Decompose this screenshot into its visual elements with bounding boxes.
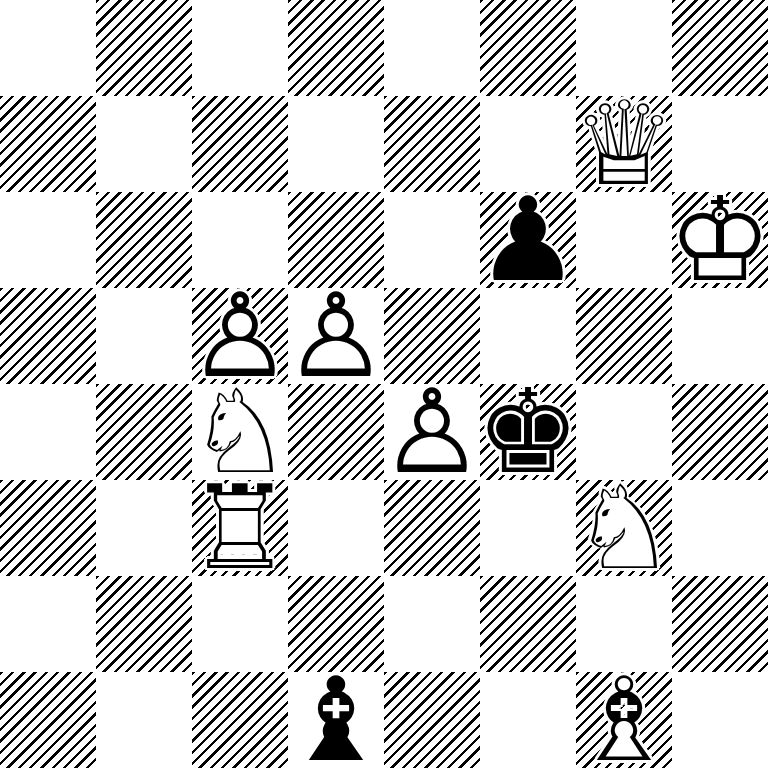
square-c1[interactable] — [192, 672, 288, 768]
square-c4[interactable]: ♞♘ — [192, 384, 288, 480]
white-bishop-piece: ♝♗ — [576, 672, 672, 768]
white-pawn-icon: ♙ — [288, 288, 384, 384]
square-d4[interactable] — [288, 384, 384, 480]
square-h3[interactable] — [672, 480, 768, 576]
square-g6[interactable] — [576, 192, 672, 288]
square-b3[interactable] — [96, 480, 192, 576]
square-h8[interactable] — [672, 0, 768, 96]
square-g5[interactable] — [576, 288, 672, 384]
square-h2[interactable] — [672, 576, 768, 672]
white-knight-icon: ♘ — [576, 480, 672, 576]
square-e3[interactable] — [384, 480, 480, 576]
square-h1[interactable] — [672, 672, 768, 768]
square-c3[interactable]: ♜♖ — [192, 480, 288, 576]
square-a4[interactable] — [0, 384, 96, 480]
white-queen-icon: ♕ — [576, 96, 672, 192]
square-a8[interactable] — [0, 0, 96, 96]
square-h5[interactable] — [672, 288, 768, 384]
square-h7[interactable] — [672, 96, 768, 192]
black-bishop-icon: ♝ — [288, 672, 384, 768]
square-e8[interactable] — [384, 0, 480, 96]
square-b1[interactable] — [96, 672, 192, 768]
square-d1[interactable]: ♝ — [288, 672, 384, 768]
black-pawn-icon: ♟ — [480, 192, 576, 288]
black-bishop-piece: ♝ — [288, 672, 384, 768]
square-e1[interactable] — [384, 672, 480, 768]
square-f7[interactable] — [480, 96, 576, 192]
square-e2[interactable] — [384, 576, 480, 672]
square-g7[interactable]: ♛♕ — [576, 96, 672, 192]
square-b7[interactable] — [96, 96, 192, 192]
square-e4[interactable]: ♟♙ — [384, 384, 480, 480]
square-a6[interactable] — [0, 192, 96, 288]
square-c5[interactable]: ♟♙ — [192, 288, 288, 384]
square-b4[interactable] — [96, 384, 192, 480]
square-d2[interactable] — [288, 576, 384, 672]
square-g8[interactable] — [576, 0, 672, 96]
square-g4[interactable] — [576, 384, 672, 480]
white-rook-piece: ♜♖ — [192, 480, 288, 576]
black-king-piece: ♚ — [480, 384, 576, 480]
white-pawn-piece: ♟♙ — [192, 288, 288, 384]
square-a7[interactable] — [0, 96, 96, 192]
square-c2[interactable] — [192, 576, 288, 672]
square-d5[interactable]: ♟♙ — [288, 288, 384, 384]
square-a3[interactable] — [0, 480, 96, 576]
square-g3[interactable]: ♞♘ — [576, 480, 672, 576]
square-g1[interactable]: ♝♗ — [576, 672, 672, 768]
white-pawn-icon: ♙ — [192, 288, 288, 384]
square-f8[interactable] — [480, 0, 576, 96]
square-e5[interactable] — [384, 288, 480, 384]
square-d8[interactable] — [288, 0, 384, 96]
square-e7[interactable] — [384, 96, 480, 192]
square-c8[interactable] — [192, 0, 288, 96]
square-a5[interactable] — [0, 288, 96, 384]
square-f5[interactable] — [480, 288, 576, 384]
square-d6[interactable] — [288, 192, 384, 288]
chess-board: ♛♕♟♚♔♟♙♟♙♞♘♟♙♚♜♖♞♘♝♝♗ — [0, 0, 768, 768]
square-f4[interactable]: ♚ — [480, 384, 576, 480]
white-king-icon: ♔ — [672, 192, 768, 288]
white-pawn-icon: ♙ — [384, 384, 480, 480]
square-g2[interactable] — [576, 576, 672, 672]
white-knight-icon: ♘ — [192, 384, 288, 480]
white-pawn-piece: ♟♙ — [288, 288, 384, 384]
square-b6[interactable] — [96, 192, 192, 288]
square-h6[interactable]: ♚♔ — [672, 192, 768, 288]
black-pawn-piece: ♟ — [480, 192, 576, 288]
square-h4[interactable] — [672, 384, 768, 480]
square-f3[interactable] — [480, 480, 576, 576]
white-queen-piece: ♛♕ — [576, 96, 672, 192]
square-b2[interactable] — [96, 576, 192, 672]
square-c7[interactable] — [192, 96, 288, 192]
white-pawn-piece: ♟♙ — [384, 384, 480, 480]
square-d7[interactable] — [288, 96, 384, 192]
square-b8[interactable] — [96, 0, 192, 96]
square-b5[interactable] — [96, 288, 192, 384]
square-a1[interactable] — [0, 672, 96, 768]
square-d3[interactable] — [288, 480, 384, 576]
white-knight-piece: ♞♘ — [576, 480, 672, 576]
white-bishop-icon: ♗ — [576, 672, 672, 768]
square-f1[interactable] — [480, 672, 576, 768]
square-e6[interactable] — [384, 192, 480, 288]
white-knight-piece: ♞♘ — [192, 384, 288, 480]
square-c6[interactable] — [192, 192, 288, 288]
black-king-icon: ♚ — [480, 384, 576, 480]
white-rook-icon: ♖ — [192, 480, 288, 576]
square-a2[interactable] — [0, 576, 96, 672]
square-f6[interactable]: ♟ — [480, 192, 576, 288]
square-f2[interactable] — [480, 576, 576, 672]
white-king-piece: ♚♔ — [672, 192, 768, 288]
